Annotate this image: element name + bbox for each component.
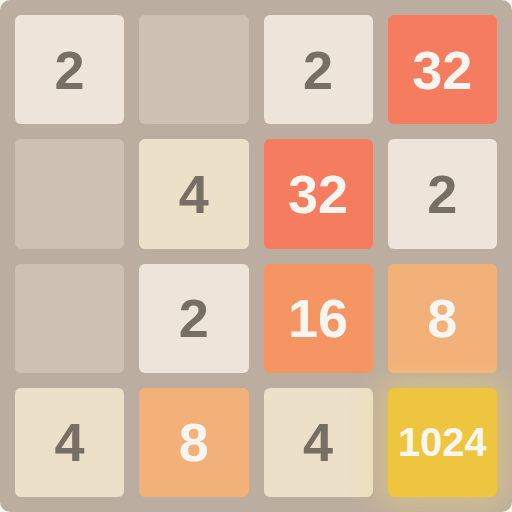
tile-2: 2 xyxy=(388,139,497,248)
tile-4: 4 xyxy=(264,388,373,497)
tile-4: 4 xyxy=(15,388,124,497)
tile-8: 8 xyxy=(388,264,497,373)
tile-16: 16 xyxy=(264,264,373,373)
tile-2: 2 xyxy=(139,264,248,373)
tile-8: 8 xyxy=(139,388,248,497)
tile-32: 32 xyxy=(264,139,373,248)
tile-32: 32 xyxy=(388,15,497,124)
empty-cell xyxy=(15,264,124,373)
empty-cell xyxy=(15,139,124,248)
tile-2: 2 xyxy=(15,15,124,124)
2048-board[interactable]: 2232432221684841024 xyxy=(0,0,512,512)
tile-1024: 1024 xyxy=(388,388,497,497)
empty-cell xyxy=(139,15,248,124)
tile-4: 4 xyxy=(139,139,248,248)
tile-2: 2 xyxy=(264,15,373,124)
